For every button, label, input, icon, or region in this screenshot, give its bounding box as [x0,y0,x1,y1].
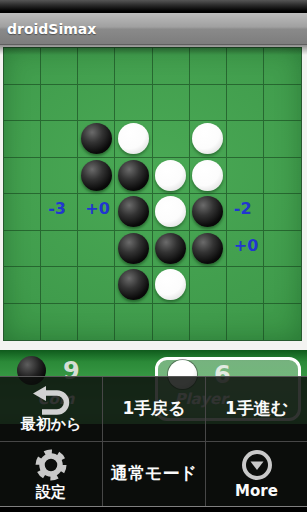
cell-a7[interactable] [4,267,41,304]
title-bar: droidSimax [0,13,307,45]
cell-e5[interactable] [153,194,190,231]
app-title: droidSimax [7,21,96,37]
cell-f8[interactable] [190,304,227,341]
cell-b5[interactable]: -3 [41,194,78,231]
cell-c5[interactable]: +0 [78,194,115,231]
cell-h3[interactable] [264,121,301,158]
white-disc [118,123,149,154]
cell-h1[interactable] [264,48,301,85]
menu-item-normal-mode[interactable]: 通常モード [103,442,206,506]
cell-d2[interactable] [115,85,152,122]
cell-c1[interactable] [78,48,115,85]
board: -3+0-2+0 [3,47,302,341]
black-disc [81,123,112,154]
cell-e7[interactable] [153,267,190,304]
cell-a2[interactable] [4,85,41,122]
cell-g1[interactable] [227,48,264,85]
menu-item-settings[interactable]: 設定 [0,442,103,506]
move-hint-g5: -2 [227,199,252,218]
cell-a1[interactable] [4,48,41,85]
cell-d7[interactable] [115,267,152,304]
cell-c6[interactable] [78,231,115,268]
cell-f6[interactable] [190,231,227,268]
cell-f7[interactable] [190,267,227,304]
cell-e6[interactable] [153,231,190,268]
cell-e2[interactable] [153,85,190,122]
cell-e1[interactable] [153,48,190,85]
black-disc [118,269,149,300]
cell-g4[interactable] [227,158,264,195]
screen: droidSimax -3+0-2+0 9 Com 6 [0,0,307,512]
status-bar [0,0,307,13]
bottom-area: 9 Com 6 Player [0,350,307,511]
cell-g2[interactable] [227,85,264,122]
menu-item-label: 最初から [21,416,82,433]
menu-item-label: 1手進む [225,399,288,419]
cell-a8[interactable] [4,304,41,341]
black-disc [192,233,223,264]
menu-item-redo-move[interactable]: 1手進む [206,377,307,442]
cell-c8[interactable] [78,304,115,341]
cell-b8[interactable] [41,304,78,341]
cell-c2[interactable] [78,85,115,122]
black-disc [155,233,186,264]
cell-d1[interactable] [115,48,152,85]
cell-g8[interactable] [227,304,264,341]
cell-e8[interactable] [153,304,190,341]
move-hint-g6: +0 [227,236,259,255]
menu-item-more[interactable]: More [206,442,307,506]
cell-h5[interactable] [264,194,301,231]
menu-item-restart[interactable]: 最初から [0,377,103,442]
cell-f4[interactable] [190,158,227,195]
cell-a6[interactable] [4,231,41,268]
cell-h6[interactable] [264,231,301,268]
cell-g3[interactable] [227,121,264,158]
cell-a4[interactable] [4,158,41,195]
black-disc [192,196,223,227]
cell-a3[interactable] [4,121,41,158]
cell-b6[interactable] [41,231,78,268]
board-frame: -3+0-2+0 [0,45,307,350]
cell-f2[interactable] [190,85,227,122]
cell-f1[interactable] [190,48,227,85]
white-disc [155,269,186,300]
cell-f3[interactable] [190,121,227,158]
cell-b2[interactable] [41,85,78,122]
move-hint-b5: -3 [41,199,66,218]
cell-b1[interactable] [41,48,78,85]
cell-h4[interactable] [264,158,301,195]
cell-d5[interactable] [115,194,152,231]
white-disc [155,160,186,191]
cell-d8[interactable] [115,304,152,341]
white-disc [192,160,223,191]
cell-d6[interactable] [115,231,152,268]
black-disc [118,233,149,264]
menu-item-label: More [235,483,278,500]
white-disc [192,123,223,154]
cell-h8[interactable] [264,304,301,341]
cell-g6[interactable]: +0 [227,231,264,268]
cell-b4[interactable] [41,158,78,195]
menu-item-undo-move[interactable]: 1手戻る [103,377,206,442]
undo-icon [30,385,72,415]
menu-item-label: 設定 [36,484,66,501]
cell-g7[interactable] [227,267,264,304]
more-icon [240,448,274,482]
gear-icon [33,447,69,483]
cell-c7[interactable] [78,267,115,304]
cell-h2[interactable] [264,85,301,122]
cell-f5[interactable] [190,194,227,231]
cell-e3[interactable] [153,121,190,158]
cell-h7[interactable] [264,267,301,304]
black-disc [81,160,112,191]
black-disc [118,160,149,191]
cell-c3[interactable] [78,121,115,158]
cell-c4[interactable] [78,158,115,195]
menu-item-label: 通常モード [111,464,197,484]
move-hint-c5: +0 [78,199,110,218]
menu-item-label: 1手戻る [122,399,185,419]
cell-d3[interactable] [115,121,152,158]
cell-g5[interactable]: -2 [227,194,264,231]
cell-e4[interactable] [153,158,190,195]
cell-d4[interactable] [115,158,152,195]
black-disc [118,196,149,227]
cell-b7[interactable] [41,267,78,304]
cell-b3[interactable] [41,121,78,158]
options-menu: 最初から 1手戻る 1手進む 設定 通常モード [0,376,307,507]
white-disc [155,196,186,227]
cell-a5[interactable] [4,194,41,231]
